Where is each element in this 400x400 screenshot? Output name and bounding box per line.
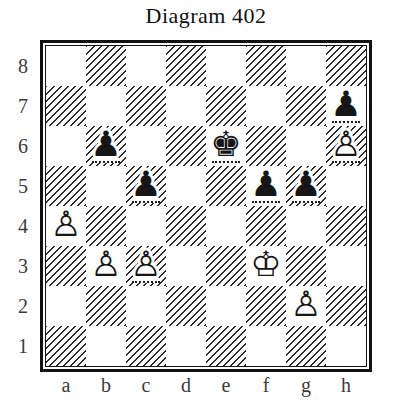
- square-b2[interactable]: [86, 286, 126, 326]
- piece-black-pawn-c5: ♟: [126, 166, 166, 206]
- square-c2[interactable]: [126, 286, 166, 326]
- square-h1[interactable]: [326, 326, 366, 366]
- piece-white-pawn-b3: ♟♙: [86, 246, 126, 286]
- square-g1[interactable]: [286, 326, 326, 366]
- file-label-g: g: [286, 372, 326, 398]
- piece-black-pawn-f5: ♟: [246, 166, 286, 206]
- piece-base-dots: [212, 158, 240, 163]
- square-d6[interactable]: [166, 126, 206, 166]
- square-g2[interactable]: ♟♙: [286, 286, 326, 326]
- square-h5[interactable]: [326, 166, 366, 206]
- piece-base-dots: [252, 198, 280, 203]
- white-pawn-icon: ♙: [286, 284, 326, 324]
- square-d3[interactable]: [166, 246, 206, 286]
- square-h6[interactable]: ♟♙: [326, 126, 366, 166]
- square-g6[interactable]: [286, 126, 326, 166]
- rank-label-5: 5: [0, 166, 34, 206]
- square-d7[interactable]: [166, 86, 206, 126]
- square-c4[interactable]: [126, 206, 166, 246]
- square-c3[interactable]: ♟♙: [126, 246, 166, 286]
- square-f3[interactable]: ♚♔: [246, 246, 286, 286]
- piece-white-pawn-g2: ♟♙: [286, 286, 326, 326]
- square-e8[interactable]: [206, 46, 246, 86]
- square-b3[interactable]: ♟♙: [86, 246, 126, 286]
- piece-black-pawn-b6: ♟: [86, 126, 126, 166]
- square-f2[interactable]: [246, 286, 286, 326]
- file-label-c: c: [126, 372, 166, 398]
- square-a6[interactable]: [46, 126, 86, 166]
- square-c1[interactable]: [126, 326, 166, 366]
- rank-label-1: 1: [0, 326, 34, 366]
- square-g8[interactable]: [286, 46, 326, 86]
- white-pawn-icon: ♙: [86, 244, 126, 284]
- rank-label-8: 8: [0, 46, 34, 86]
- square-f1[interactable]: [246, 326, 286, 366]
- diagram-title: Diagram 402: [40, 3, 372, 29]
- file-labels: abcdefgh: [46, 372, 366, 398]
- square-h2[interactable]: [326, 286, 366, 326]
- square-d8[interactable]: [166, 46, 206, 86]
- board-frame: ♟♟♚♟♙♟♟♟♟♙♟♙♟♙♚♔♟♙: [40, 40, 372, 372]
- white-king-icon: ♔: [246, 244, 286, 284]
- piece-base-dots: [292, 198, 320, 203]
- square-a3[interactable]: [46, 246, 86, 286]
- file-label-b: b: [86, 372, 126, 398]
- square-g7[interactable]: [286, 86, 326, 126]
- square-g5[interactable]: ♟: [286, 166, 326, 206]
- square-f6[interactable]: [246, 126, 286, 166]
- piece-base-dots: [132, 198, 160, 203]
- rank-labels: 87654321: [0, 46, 34, 366]
- square-a4[interactable]: ♟♙: [46, 206, 86, 246]
- square-h3[interactable]: [326, 246, 366, 286]
- square-e7[interactable]: [206, 86, 246, 126]
- white-pawn-icon: ♙: [46, 204, 86, 244]
- rank-label-6: 6: [0, 126, 34, 166]
- square-h7[interactable]: ♟: [326, 86, 366, 126]
- square-c7[interactable]: [126, 86, 166, 126]
- square-g4[interactable]: [286, 206, 326, 246]
- square-e3[interactable]: [206, 246, 246, 286]
- piece-black-king-e6: ♚: [206, 126, 246, 166]
- piece-black-pawn-h7: ♟: [326, 86, 366, 126]
- square-b6[interactable]: ♟: [86, 126, 126, 166]
- piece-base-dots: [332, 118, 360, 123]
- square-a7[interactable]: [46, 86, 86, 126]
- square-d2[interactable]: [166, 286, 206, 326]
- square-c6[interactable]: [126, 126, 166, 166]
- file-label-f: f: [246, 372, 286, 398]
- square-f5[interactable]: ♟: [246, 166, 286, 206]
- square-a1[interactable]: [46, 326, 86, 366]
- square-f7[interactable]: [246, 86, 286, 126]
- piece-black-pawn-g5: ♟: [286, 166, 326, 206]
- square-h4[interactable]: [326, 206, 366, 246]
- piece-base-dots: [92, 158, 120, 163]
- square-b4[interactable]: [86, 206, 126, 246]
- piece-white-king-f3: ♚♔: [246, 246, 286, 286]
- square-g3[interactable]: [286, 246, 326, 286]
- square-h8[interactable]: [326, 46, 366, 86]
- square-b5[interactable]: [86, 166, 126, 206]
- piece-base-dots: [332, 158, 360, 163]
- chess-diagram-page: Diagram 402 87654321 ♟♟♚♟♙♟♟♟♟♙♟♙♟♙♚♔♟♙ …: [0, 0, 400, 400]
- piece-base-dots: [132, 278, 160, 283]
- file-label-a: a: [46, 372, 86, 398]
- square-a8[interactable]: [46, 46, 86, 86]
- square-f4[interactable]: [246, 206, 286, 246]
- file-label-h: h: [326, 372, 366, 398]
- square-e6[interactable]: ♚: [206, 126, 246, 166]
- square-c8[interactable]: [126, 46, 166, 86]
- rank-label-2: 2: [0, 286, 34, 326]
- square-d4[interactable]: [166, 206, 206, 246]
- square-e1[interactable]: [206, 326, 246, 366]
- square-e2[interactable]: [206, 286, 246, 326]
- square-b7[interactable]: [86, 86, 126, 126]
- rank-label-4: 4: [0, 206, 34, 246]
- piece-white-pawn-a4: ♟♙: [46, 206, 86, 246]
- square-f8[interactable]: [246, 46, 286, 86]
- square-e4[interactable]: [206, 206, 246, 246]
- rank-label-3: 3: [0, 246, 34, 286]
- square-b8[interactable]: [86, 46, 126, 86]
- square-a5[interactable]: [46, 166, 86, 206]
- chess-board: ♟♟♚♟♙♟♟♟♟♙♟♙♟♙♚♔♟♙: [45, 45, 367, 367]
- square-b1[interactable]: [86, 326, 126, 366]
- square-d5[interactable]: [166, 166, 206, 206]
- square-e5[interactable]: [206, 166, 246, 206]
- square-a2[interactable]: [46, 286, 86, 326]
- square-d1[interactable]: [166, 326, 206, 366]
- piece-white-pawn-h6: ♟♙: [326, 126, 366, 166]
- rank-label-7: 7: [0, 86, 34, 126]
- square-c5[interactable]: ♟: [126, 166, 166, 206]
- piece-white-pawn-c3: ♟♙: [126, 246, 166, 286]
- file-label-d: d: [166, 372, 206, 398]
- file-label-e: e: [206, 372, 246, 398]
